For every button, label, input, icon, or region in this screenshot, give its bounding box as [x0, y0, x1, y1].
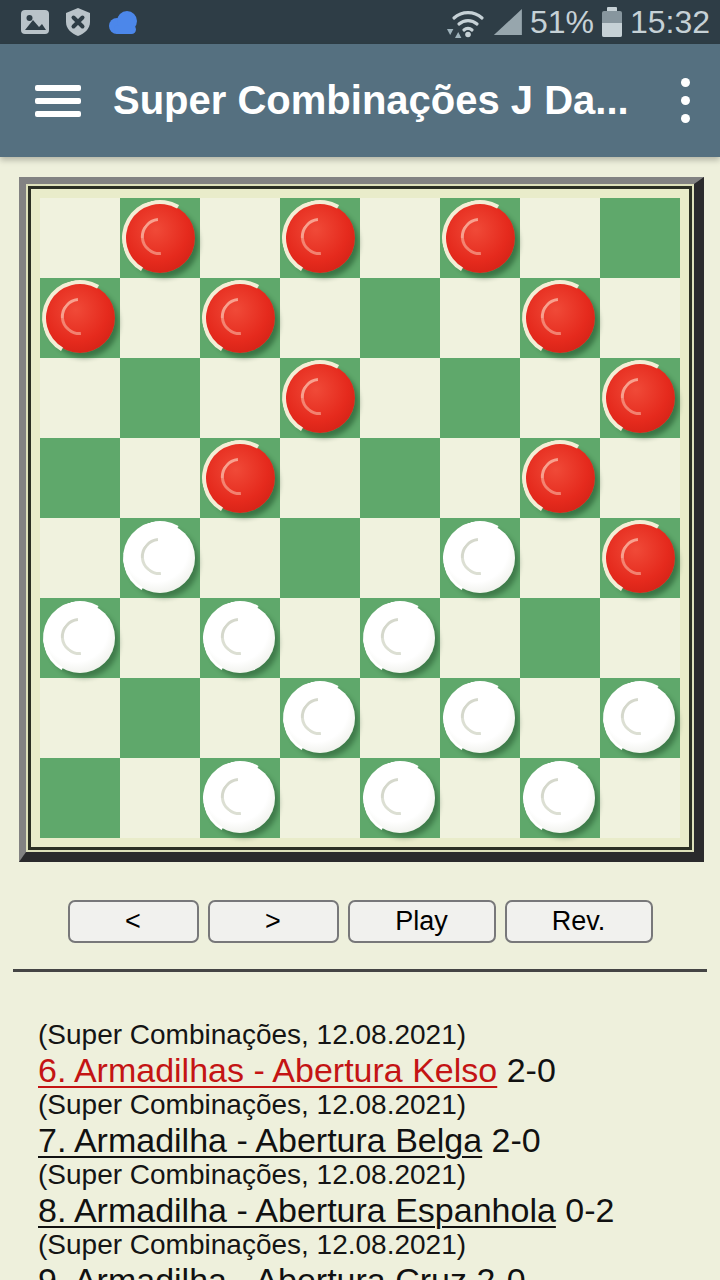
board-cell[interactable]: [440, 678, 520, 758]
board-cell[interactable]: [520, 598, 600, 678]
game-item: 7. Armadilha - Abertura Belga 2-0: [38, 1122, 705, 1158]
game-meta: (Super Combinações, 12.08.2021): [38, 1228, 705, 1262]
board-cell[interactable]: [280, 278, 360, 358]
board-cell[interactable]: [280, 438, 360, 518]
white-piece[interactable]: [445, 523, 515, 593]
red-piece[interactable]: [605, 523, 675, 593]
board-cell[interactable]: [200, 598, 280, 678]
clock-label: 15:32: [630, 6, 710, 38]
red-piece[interactable]: [45, 283, 115, 353]
board-cell[interactable]: [600, 438, 680, 518]
game-score: 2-0: [497, 1051, 556, 1089]
board-cell[interactable]: [520, 518, 600, 598]
board-cell[interactable]: [440, 598, 520, 678]
white-piece[interactable]: [45, 603, 115, 673]
status-bar: 51% 15:32: [0, 0, 720, 44]
board-cell[interactable]: [600, 358, 680, 438]
game-score: 2-0: [482, 1121, 541, 1159]
board-cell[interactable]: [520, 198, 600, 278]
board-cell[interactable]: [40, 358, 120, 438]
white-piece[interactable]: [205, 763, 275, 833]
game-meta: (Super Combinações, 12.08.2021): [38, 1018, 705, 1052]
play-button[interactable]: Play: [348, 900, 496, 943]
red-piece[interactable]: [205, 443, 275, 513]
board-cell[interactable]: [280, 678, 360, 758]
board-cell[interactable]: [120, 358, 200, 438]
game-meta: (Super Combinações, 12.08.2021): [38, 1088, 705, 1122]
board-cell[interactable]: [40, 278, 120, 358]
white-piece[interactable]: [445, 683, 515, 753]
board-cell[interactable]: [360, 438, 440, 518]
status-icons-left: [20, 7, 142, 37]
white-piece[interactable]: [365, 763, 435, 833]
board-cell[interactable]: [120, 518, 200, 598]
red-piece[interactable]: [525, 443, 595, 513]
shield-x-icon: [63, 7, 93, 37]
game-link[interactable]: 6. Armadilhas - Abertura Kelso: [38, 1051, 497, 1089]
board-cell[interactable]: [40, 518, 120, 598]
board-cell[interactable]: [600, 278, 680, 358]
board-cell[interactable]: [40, 758, 120, 838]
board-cell[interactable]: [280, 598, 360, 678]
board-cell[interactable]: [120, 278, 200, 358]
white-piece[interactable]: [285, 683, 355, 753]
battery-icon: [602, 7, 622, 37]
board-border: [28, 186, 692, 850]
game-link[interactable]: 9. Armadilha - Abertura Cruz: [38, 1261, 467, 1280]
red-piece[interactable]: [285, 363, 355, 433]
board-cell[interactable]: [40, 198, 120, 278]
prev-move-button[interactable]: <: [68, 900, 199, 943]
board-cell[interactable]: [280, 358, 360, 438]
game-meta: (Super Combinações, 12.08.2021): [38, 1158, 705, 1192]
game-link[interactable]: 8. Armadilha - Abertura Espanhola: [38, 1191, 556, 1229]
app-title: Super Combinações J Da...: [113, 78, 677, 123]
board-cell[interactable]: [600, 598, 680, 678]
board-cell[interactable]: [520, 358, 600, 438]
board-cell[interactable]: [200, 278, 280, 358]
wifi-icon: [446, 5, 486, 39]
board-cell[interactable]: [280, 518, 360, 598]
signal-strength-icon: [494, 9, 522, 35]
board-cell[interactable]: [440, 198, 520, 278]
board-cell[interactable]: [520, 758, 600, 838]
board-frame: [19, 177, 704, 862]
board-cell[interactable]: [440, 278, 520, 358]
red-piece[interactable]: [285, 203, 355, 273]
board-cell[interactable]: [120, 758, 200, 838]
board-cell[interactable]: [360, 198, 440, 278]
board-cell[interactable]: [600, 758, 680, 838]
board-cell[interactable]: [360, 678, 440, 758]
hamburger-menu-icon[interactable]: [35, 85, 81, 117]
board-cell[interactable]: [120, 438, 200, 518]
white-piece[interactable]: [605, 683, 675, 753]
board-cell[interactable]: [120, 598, 200, 678]
white-piece[interactable]: [525, 763, 595, 833]
games-list: (Super Combinações, 12.08.2021)6. Armadi…: [0, 972, 720, 1280]
overflow-menu-icon[interactable]: [677, 74, 694, 127]
content: <>PlayRev. (Super Combinações, 12.08.202…: [0, 157, 720, 1280]
board-cell[interactable]: [440, 518, 520, 598]
game-item: 8. Armadilha - Abertura Espanhola 0-2: [38, 1192, 705, 1228]
board-cell[interactable]: [120, 678, 200, 758]
board-cell[interactable]: [600, 678, 680, 758]
board-cell[interactable]: [120, 198, 200, 278]
controls-bar: <>PlayRev.: [0, 900, 720, 943]
board-cell[interactable]: [520, 278, 600, 358]
game-item: 6. Armadilhas - Abertura Kelso 2-0: [38, 1052, 705, 1088]
board-cell[interactable]: [280, 758, 360, 838]
red-piece[interactable]: [205, 283, 275, 353]
battery-fill: [602, 23, 622, 37]
game-link[interactable]: 7. Armadilha - Abertura Belga: [38, 1121, 482, 1159]
board-cell[interactable]: [520, 438, 600, 518]
board-cell[interactable]: [40, 598, 120, 678]
screen: 51% 15:32 Super Combinações J Da... <>Pl…: [0, 0, 720, 1280]
board-cell[interactable]: [360, 598, 440, 678]
reverse-button[interactable]: Rev.: [505, 900, 653, 943]
game-score: 0-2: [556, 1191, 615, 1229]
board-cell[interactable]: [280, 198, 360, 278]
white-piece[interactable]: [125, 523, 195, 593]
white-piece[interactable]: [365, 603, 435, 673]
board-cell[interactable]: [360, 518, 440, 598]
red-piece[interactable]: [125, 203, 195, 273]
battery-body: [602, 11, 622, 37]
status-icons-right: 51% 15:32: [446, 5, 710, 39]
board-cell[interactable]: [360, 278, 440, 358]
battery-percent-label: 51%: [530, 6, 594, 38]
cloud-icon: [106, 7, 142, 37]
board-cell[interactable]: [360, 358, 440, 438]
board-cell[interactable]: [520, 678, 600, 758]
board-cell[interactable]: [200, 758, 280, 838]
board-cell[interactable]: [600, 198, 680, 278]
board-cell[interactable]: [200, 518, 280, 598]
board-cell[interactable]: [200, 198, 280, 278]
board-cell[interactable]: [40, 438, 120, 518]
red-piece[interactable]: [605, 363, 675, 433]
gallery-icon: [20, 7, 50, 37]
app-bar: Super Combinações J Da...: [0, 44, 720, 157]
board-cell[interactable]: [600, 518, 680, 598]
red-piece[interactable]: [525, 283, 595, 353]
board-cell[interactable]: [200, 438, 280, 518]
board-cell[interactable]: [440, 438, 520, 518]
board-cell[interactable]: [440, 758, 520, 838]
white-piece[interactable]: [205, 603, 275, 673]
next-move-button[interactable]: >: [208, 900, 339, 943]
board-cell[interactable]: [440, 358, 520, 438]
game-score: 2-0: [467, 1261, 526, 1280]
board-cell[interactable]: [360, 758, 440, 838]
board-cell[interactable]: [40, 678, 120, 758]
red-piece[interactable]: [445, 203, 515, 273]
board-cell[interactable]: [200, 678, 280, 758]
game-item: 9. Armadilha - Abertura Cruz 2-0: [38, 1262, 705, 1280]
checkers-board: [40, 198, 680, 838]
board-cell[interactable]: [200, 358, 280, 438]
